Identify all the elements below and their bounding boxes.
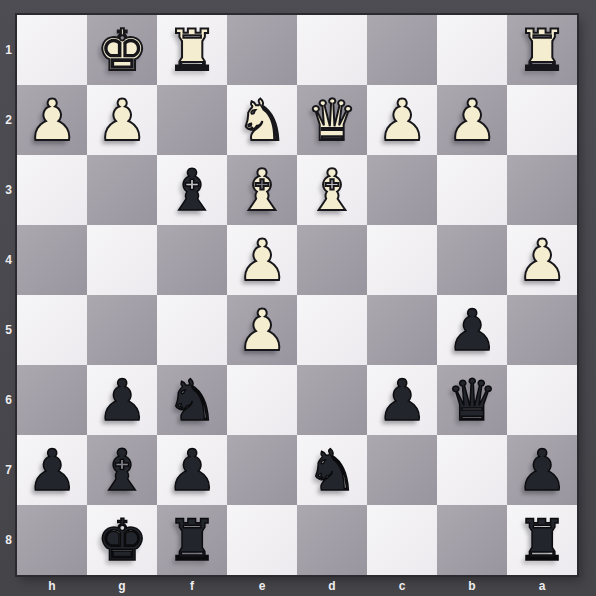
piece-white-pawn[interactable]: ♟ [516, 225, 567, 295]
file-label-g: g [87, 575, 157, 596]
square-e7[interactable] [227, 435, 297, 505]
square-b5[interactable]: ♟ [437, 295, 507, 365]
square-c4[interactable] [367, 225, 437, 295]
square-g3[interactable] [87, 155, 157, 225]
square-a8[interactable]: ♜ [507, 505, 577, 575]
square-c2[interactable]: ♟ [367, 85, 437, 155]
piece-black-pawn[interactable]: ♟ [376, 365, 427, 435]
square-h1[interactable] [17, 15, 87, 85]
square-d7[interactable]: ♞ [297, 435, 367, 505]
square-f3[interactable]: ♝ [157, 155, 227, 225]
square-c5[interactable] [367, 295, 437, 365]
square-b8[interactable] [437, 505, 507, 575]
square-c3[interactable] [367, 155, 437, 225]
file-label-h: h [17, 575, 87, 596]
piece-white-pawn[interactable]: ♟ [376, 85, 427, 155]
square-e6[interactable] [227, 365, 297, 435]
piece-white-knight[interactable]: ♞ [236, 85, 287, 155]
square-c6[interactable]: ♟ [367, 365, 437, 435]
square-h6[interactable] [17, 365, 87, 435]
square-e4[interactable]: ♟ [227, 225, 297, 295]
square-f5[interactable] [157, 295, 227, 365]
piece-black-pawn[interactable]: ♟ [516, 435, 567, 505]
square-c1[interactable] [367, 15, 437, 85]
rank-label-5: 5 [0, 295, 17, 365]
square-h5[interactable] [17, 295, 87, 365]
square-h3[interactable] [17, 155, 87, 225]
piece-black-pawn[interactable]: ♟ [446, 295, 497, 365]
file-label-e: e [227, 575, 297, 596]
rank-label-3: 3 [0, 155, 17, 225]
square-b7[interactable] [437, 435, 507, 505]
square-b4[interactable] [437, 225, 507, 295]
square-d5[interactable] [297, 295, 367, 365]
square-e3[interactable]: ♝ [227, 155, 297, 225]
square-a6[interactable] [507, 365, 577, 435]
rank-label-2: 2 [0, 85, 17, 155]
rank-label-6: 6 [0, 365, 17, 435]
square-d8[interactable] [297, 505, 367, 575]
file-label-f: f [157, 575, 227, 596]
piece-black-knight[interactable]: ♞ [306, 435, 357, 505]
square-a7[interactable]: ♟ [507, 435, 577, 505]
square-g2[interactable]: ♟ [87, 85, 157, 155]
square-g5[interactable] [87, 295, 157, 365]
square-c8[interactable] [367, 505, 437, 575]
piece-white-pawn[interactable]: ♟ [236, 295, 287, 365]
piece-black-pawn[interactable]: ♟ [26, 435, 77, 505]
piece-black-rook[interactable]: ♜ [516, 505, 567, 575]
square-a2[interactable] [507, 85, 577, 155]
square-g1[interactable]: ♚ [87, 15, 157, 85]
rank-label-7: 7 [0, 435, 17, 505]
square-b3[interactable] [437, 155, 507, 225]
square-h2[interactable]: ♟ [17, 85, 87, 155]
rank-labels: 12345678 [0, 15, 17, 575]
file-label-d: d [297, 575, 367, 596]
piece-black-bishop[interactable]: ♝ [96, 435, 147, 505]
piece-white-bishop[interactable]: ♝ [306, 155, 357, 225]
square-c7[interactable] [367, 435, 437, 505]
rank-label-1: 1 [0, 15, 17, 85]
piece-black-rook[interactable]: ♜ [166, 505, 217, 575]
file-labels: hgfedcba [17, 575, 577, 596]
square-e5[interactable]: ♟ [227, 295, 297, 365]
board-frame: 12345678 ♚♜♜♟♟♞♛♟♟♝♝♝♟♟♟♟♟♞♟♛♟♝♟♞♟♚♜♜ hg… [0, 0, 596, 596]
square-f4[interactable] [157, 225, 227, 295]
square-h4[interactable] [17, 225, 87, 295]
square-a5[interactable] [507, 295, 577, 365]
square-e2[interactable]: ♞ [227, 85, 297, 155]
rank-label-4: 4 [0, 225, 17, 295]
square-a1[interactable]: ♜ [507, 15, 577, 85]
square-g6[interactable]: ♟ [87, 365, 157, 435]
square-g7[interactable]: ♝ [87, 435, 157, 505]
piece-white-pawn[interactable]: ♟ [26, 85, 77, 155]
square-b6[interactable]: ♛ [437, 365, 507, 435]
chess-board[interactable]: ♚♜♜♟♟♞♛♟♟♝♝♝♟♟♟♟♟♞♟♛♟♝♟♞♟♚♜♜ [17, 15, 577, 575]
square-e8[interactable] [227, 505, 297, 575]
square-f8[interactable]: ♜ [157, 505, 227, 575]
square-h7[interactable]: ♟ [17, 435, 87, 505]
piece-white-rook[interactable]: ♜ [516, 15, 567, 85]
piece-white-rook[interactable]: ♜ [166, 15, 217, 85]
piece-white-bishop[interactable]: ♝ [236, 155, 287, 225]
square-b2[interactable]: ♟ [437, 85, 507, 155]
piece-white-queen[interactable]: ♛ [306, 85, 357, 155]
piece-black-queen[interactable]: ♛ [446, 365, 497, 435]
piece-white-pawn[interactable]: ♟ [96, 85, 147, 155]
square-b1[interactable] [437, 15, 507, 85]
piece-white-king[interactable]: ♚ [96, 15, 147, 85]
square-f1[interactable]: ♜ [157, 15, 227, 85]
piece-white-pawn[interactable]: ♟ [446, 85, 497, 155]
square-g8[interactable]: ♚ [87, 505, 157, 575]
piece-black-king[interactable]: ♚ [96, 505, 147, 575]
file-label-b: b [437, 575, 507, 596]
rank-label-8: 8 [0, 505, 17, 575]
square-a3[interactable] [507, 155, 577, 225]
square-a4[interactable]: ♟ [507, 225, 577, 295]
file-label-c: c [367, 575, 437, 596]
piece-black-pawn[interactable]: ♟ [166, 435, 217, 505]
piece-black-bishop[interactable]: ♝ [166, 155, 217, 225]
square-f7[interactable]: ♟ [157, 435, 227, 505]
square-g4[interactable] [87, 225, 157, 295]
square-d3[interactable]: ♝ [297, 155, 367, 225]
square-d2[interactable]: ♛ [297, 85, 367, 155]
square-d4[interactable] [297, 225, 367, 295]
piece-black-pawn[interactable]: ♟ [96, 365, 147, 435]
file-label-a: a [507, 575, 577, 596]
square-d6[interactable] [297, 365, 367, 435]
square-f2[interactable] [157, 85, 227, 155]
square-f6[interactable]: ♞ [157, 365, 227, 435]
square-e1[interactable] [227, 15, 297, 85]
square-h8[interactable] [17, 505, 87, 575]
square-d1[interactable] [297, 15, 367, 85]
piece-white-pawn[interactable]: ♟ [236, 225, 287, 295]
piece-black-knight[interactable]: ♞ [166, 365, 217, 435]
